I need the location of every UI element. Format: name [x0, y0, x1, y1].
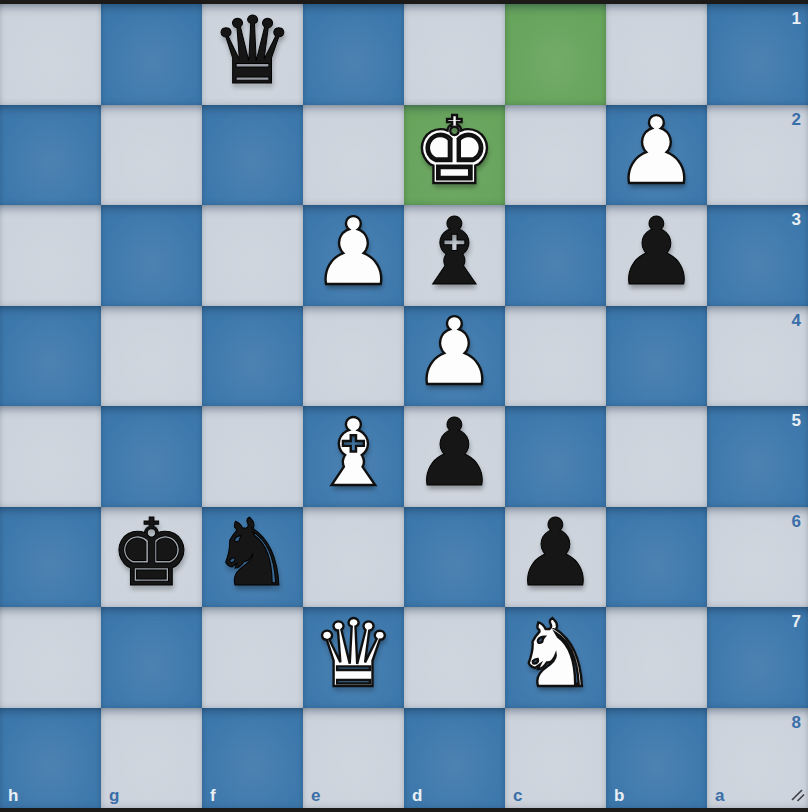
square-a7[interactable]: [707, 607, 808, 708]
square-d5[interactable]: ♟: [404, 406, 505, 507]
square-b1[interactable]: [606, 4, 707, 105]
square-h1[interactable]: [0, 4, 101, 105]
square-a6[interactable]: [707, 507, 808, 608]
page-background: ♛♚♟♟♝♟♟♝♟♚♞♟♛♞12345678hgfedcba: [0, 0, 808, 812]
square-g5[interactable]: [101, 406, 202, 507]
square-g8[interactable]: [101, 708, 202, 809]
square-d2[interactable]: ♚: [404, 105, 505, 206]
square-d7[interactable]: [404, 607, 505, 708]
black-bishop-d3[interactable]: ♝: [413, 206, 496, 299]
square-g7[interactable]: [101, 607, 202, 708]
square-f6[interactable]: ♞: [202, 507, 303, 608]
square-c1[interactable]: [505, 4, 606, 105]
square-g4[interactable]: [101, 306, 202, 407]
square-b7[interactable]: [606, 607, 707, 708]
square-f7[interactable]: [202, 607, 303, 708]
square-a3[interactable]: [707, 205, 808, 306]
square-h4[interactable]: [0, 306, 101, 407]
square-e2[interactable]: [303, 105, 404, 206]
square-c7[interactable]: ♞: [505, 607, 606, 708]
square-e1[interactable]: [303, 4, 404, 105]
square-g6[interactable]: ♚: [101, 507, 202, 608]
square-h6[interactable]: [0, 507, 101, 608]
black-pawn-d5[interactable]: ♟: [413, 407, 496, 500]
square-c6[interactable]: ♟: [505, 507, 606, 608]
square-e6[interactable]: [303, 507, 404, 608]
square-c8[interactable]: [505, 708, 606, 809]
square-e8[interactable]: [303, 708, 404, 809]
square-h5[interactable]: [0, 406, 101, 507]
square-g2[interactable]: [101, 105, 202, 206]
square-h7[interactable]: [0, 607, 101, 708]
black-knight-f6[interactable]: ♞: [211, 507, 294, 600]
square-f1[interactable]: ♛: [202, 4, 303, 105]
square-b8[interactable]: [606, 708, 707, 809]
white-knight-c7[interactable]: ♞: [514, 608, 597, 701]
chess-board: ♛♚♟♟♝♟♟♝♟♚♞♟♛♞12345678hgfedcba: [0, 4, 808, 808]
square-b3[interactable]: ♟: [606, 205, 707, 306]
square-h8[interactable]: [0, 708, 101, 809]
white-bishop-e5[interactable]: ♝: [312, 407, 395, 500]
white-pawn-d4[interactable]: ♟: [413, 306, 496, 399]
board-resize-icon[interactable]: [790, 787, 806, 803]
white-pawn-e3[interactable]: ♟: [312, 206, 395, 299]
square-b6[interactable]: [606, 507, 707, 608]
square-d8[interactable]: [404, 708, 505, 809]
square-d6[interactable]: [404, 507, 505, 608]
square-f8[interactable]: [202, 708, 303, 809]
square-b2[interactable]: ♟: [606, 105, 707, 206]
square-f5[interactable]: [202, 406, 303, 507]
square-h3[interactable]: [0, 205, 101, 306]
square-d4[interactable]: ♟: [404, 306, 505, 407]
black-pawn-c6[interactable]: ♟: [514, 507, 597, 600]
square-a5[interactable]: [707, 406, 808, 507]
square-c3[interactable]: [505, 205, 606, 306]
square-b5[interactable]: [606, 406, 707, 507]
bottom-frame-strip: [0, 808, 808, 812]
white-queen-e7[interactable]: ♛: [312, 608, 395, 701]
square-a2[interactable]: [707, 105, 808, 206]
square-c5[interactable]: [505, 406, 606, 507]
square-f3[interactable]: [202, 205, 303, 306]
square-h2[interactable]: [0, 105, 101, 206]
square-g3[interactable]: [101, 205, 202, 306]
square-e7[interactable]: ♛: [303, 607, 404, 708]
white-king-d2[interactable]: ♚: [413, 105, 496, 198]
square-e4[interactable]: [303, 306, 404, 407]
black-pawn-b3[interactable]: ♟: [615, 206, 698, 299]
square-b4[interactable]: [606, 306, 707, 407]
square-f4[interactable]: [202, 306, 303, 407]
square-f2[interactable]: [202, 105, 303, 206]
square-d3[interactable]: ♝: [404, 205, 505, 306]
square-e3[interactable]: ♟: [303, 205, 404, 306]
black-queen-f1[interactable]: ♛: [211, 5, 294, 98]
white-pawn-b2[interactable]: ♟: [615, 105, 698, 198]
square-g1[interactable]: [101, 4, 202, 105]
black-king-g6[interactable]: ♚: [110, 507, 193, 600]
square-e5[interactable]: ♝: [303, 406, 404, 507]
square-c2[interactable]: [505, 105, 606, 206]
square-a1[interactable]: [707, 4, 808, 105]
square-d1[interactable]: [404, 4, 505, 105]
square-c4[interactable]: [505, 306, 606, 407]
square-a4[interactable]: [707, 306, 808, 407]
